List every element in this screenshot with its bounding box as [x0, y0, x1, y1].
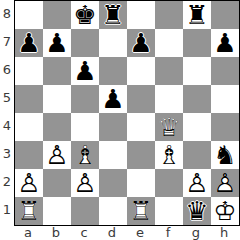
- square-b6[interactable]: [43, 57, 71, 85]
- square-e4[interactable]: [127, 113, 155, 141]
- square-a7[interactable]: ♟: [15, 29, 43, 57]
- square-g7[interactable]: [183, 29, 211, 57]
- square-a3[interactable]: [15, 141, 43, 169]
- square-e6[interactable]: [127, 57, 155, 85]
- rank-label-7: 7: [0, 28, 14, 56]
- file-labels: a b c d e f g h: [14, 226, 240, 240]
- square-h5[interactable]: [211, 85, 239, 113]
- white-queen[interactable]: ♛♕: [155, 113, 183, 141]
- white-king[interactable]: ♚♔: [211, 197, 239, 225]
- file-label-d: d: [98, 226, 126, 240]
- black-pawn[interactable]: ♟: [71, 57, 99, 85]
- square-b8[interactable]: [43, 1, 71, 29]
- white-rook[interactable]: ♜♖: [127, 197, 155, 225]
- square-a5[interactable]: [15, 85, 43, 113]
- square-a8[interactable]: [15, 1, 43, 29]
- square-c4[interactable]: [71, 113, 99, 141]
- square-d6[interactable]: [99, 57, 127, 85]
- square-d8[interactable]: ♜: [99, 1, 127, 29]
- rank-label-4: 4: [0, 112, 14, 140]
- square-g6[interactable]: [183, 57, 211, 85]
- square-h2[interactable]: ♟♙: [211, 169, 239, 197]
- square-h6[interactable]: [211, 57, 239, 85]
- square-b2[interactable]: [43, 169, 71, 197]
- white-pawn[interactable]: ♟♙: [211, 169, 239, 197]
- square-b1[interactable]: [43, 197, 71, 225]
- square-d5[interactable]: ♟: [99, 85, 127, 113]
- square-a1[interactable]: ♜♖: [15, 197, 43, 225]
- black-pawn[interactable]: ♟: [43, 29, 71, 57]
- square-f7[interactable]: [155, 29, 183, 57]
- square-f5[interactable]: [155, 85, 183, 113]
- square-f6[interactable]: [155, 57, 183, 85]
- square-c2[interactable]: ♟♙: [71, 169, 99, 197]
- square-h7[interactable]: ♟: [211, 29, 239, 57]
- square-b5[interactable]: [43, 85, 71, 113]
- white-pawn[interactable]: ♟♙: [183, 169, 211, 197]
- file-label-b: b: [42, 226, 70, 240]
- chess-diagram: 8 7 6 5 4 3 2 1 ♚♜♜♟♟♟♟♟♟♛♕♟♙♝♗♝♗♞♟♙♟♙♟♙…: [0, 0, 240, 240]
- square-g4[interactable]: [183, 113, 211, 141]
- square-b4[interactable]: [43, 113, 71, 141]
- square-e8[interactable]: [127, 1, 155, 29]
- square-d2[interactable]: [99, 169, 127, 197]
- square-c1[interactable]: [71, 197, 99, 225]
- rank-labels: 8 7 6 5 4 3 2 1: [0, 0, 14, 224]
- white-pawn[interactable]: ♟♙: [43, 141, 71, 169]
- rank-label-5: 5: [0, 84, 14, 112]
- square-e5[interactable]: [127, 85, 155, 113]
- white-pawn[interactable]: ♟♙: [15, 169, 43, 197]
- square-e2[interactable]: [127, 169, 155, 197]
- file-label-e: e: [126, 226, 154, 240]
- square-a6[interactable]: [15, 57, 43, 85]
- square-e1[interactable]: ♜♖: [127, 197, 155, 225]
- square-b3[interactable]: ♟♙: [43, 141, 71, 169]
- rank-label-2: 2: [0, 168, 14, 196]
- rank-label-3: 3: [0, 140, 14, 168]
- square-d1[interactable]: [99, 197, 127, 225]
- square-c5[interactable]: [71, 85, 99, 113]
- square-d4[interactable]: [99, 113, 127, 141]
- square-f3[interactable]: ♝♗: [155, 141, 183, 169]
- file-label-c: c: [70, 226, 98, 240]
- square-f8[interactable]: [155, 1, 183, 29]
- square-a4[interactable]: [15, 113, 43, 141]
- black-knight[interactable]: ♞: [211, 141, 239, 169]
- white-bishop[interactable]: ♝♗: [71, 141, 99, 169]
- file-label-h: h: [210, 226, 238, 240]
- square-c3[interactable]: ♝♗: [71, 141, 99, 169]
- square-c6[interactable]: ♟: [71, 57, 99, 85]
- square-d3[interactable]: [99, 141, 127, 169]
- chess-board: ♚♜♜♟♟♟♟♟♟♛♕♟♙♝♗♝♗♞♟♙♟♙♟♙♟♙♜♖♜♖♛♚♔: [14, 0, 240, 226]
- square-f2[interactable]: [155, 169, 183, 197]
- rank-label-8: 8: [0, 0, 14, 28]
- square-h3[interactable]: ♞: [211, 141, 239, 169]
- rank-label-6: 6: [0, 56, 14, 84]
- black-king[interactable]: ♚: [71, 1, 99, 29]
- black-pawn[interactable]: ♟: [99, 85, 127, 113]
- white-pawn[interactable]: ♟♙: [71, 169, 99, 197]
- black-pawn[interactable]: ♟: [127, 29, 155, 57]
- square-g3[interactable]: [183, 141, 211, 169]
- square-g2[interactable]: ♟♙: [183, 169, 211, 197]
- square-h1[interactable]: ♚♔: [211, 197, 239, 225]
- file-label-a: a: [14, 226, 42, 240]
- square-f4[interactable]: ♛♕: [155, 113, 183, 141]
- square-c8[interactable]: ♚: [71, 1, 99, 29]
- black-queen[interactable]: ♛: [183, 197, 211, 225]
- black-rook[interactable]: ♜: [99, 1, 127, 29]
- black-pawn[interactable]: ♟: [211, 29, 239, 57]
- square-d7[interactable]: [99, 29, 127, 57]
- square-g1[interactable]: ♛: [183, 197, 211, 225]
- file-label-f: f: [154, 226, 182, 240]
- black-pawn[interactable]: ♟: [15, 29, 43, 57]
- rank-label-1: 1: [0, 196, 14, 224]
- square-g5[interactable]: [183, 85, 211, 113]
- black-rook[interactable]: ♜: [183, 1, 211, 29]
- square-h8[interactable]: [211, 1, 239, 29]
- square-b7[interactable]: ♟: [43, 29, 71, 57]
- file-label-g: g: [182, 226, 210, 240]
- square-e7[interactable]: ♟: [127, 29, 155, 57]
- square-a2[interactable]: ♟♙: [15, 169, 43, 197]
- white-rook[interactable]: ♜♖: [15, 197, 43, 225]
- square-e3[interactable]: [127, 141, 155, 169]
- square-f1[interactable]: [155, 197, 183, 225]
- white-bishop[interactable]: ♝♗: [155, 141, 183, 169]
- square-c7[interactable]: [71, 29, 99, 57]
- square-h4[interactable]: [211, 113, 239, 141]
- square-g8[interactable]: ♜: [183, 1, 211, 29]
